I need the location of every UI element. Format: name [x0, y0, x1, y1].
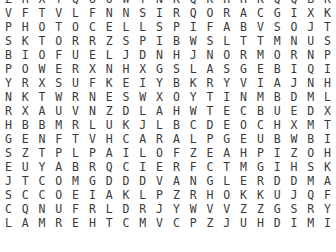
grid-cell[interactable]: X: [151, 91, 168, 105]
grid-cell[interactable]: E: [235, 175, 252, 189]
grid-cell[interactable]: T: [319, 21, 336, 35]
grid-cell[interactable]: E: [118, 77, 135, 91]
grid-cell[interactable]: L: [319, 91, 336, 105]
grid-cell[interactable]: A: [151, 105, 168, 119]
grid-cell[interactable]: X: [302, 7, 319, 21]
grid-cell[interactable]: R: [168, 161, 185, 175]
grid-cell[interactable]: J: [151, 203, 168, 217]
grid-cell[interactable]: B: [34, 119, 51, 133]
grid-cell[interactable]: D: [134, 175, 151, 189]
grid-cell[interactable]: J: [185, 49, 202, 63]
grid-cell[interactable]: L: [134, 105, 151, 119]
grid-cell[interactable]: G: [84, 175, 101, 189]
grid-cell[interactable]: P: [0, 21, 17, 35]
grid-cell[interactable]: X: [84, 63, 101, 77]
grid-cell[interactable]: K: [319, 161, 336, 175]
grid-cell[interactable]: Y: [34, 161, 51, 175]
grid-cell[interactable]: R: [252, 175, 269, 189]
grid-cell[interactable]: A: [235, 7, 252, 21]
grid-cell[interactable]: A: [34, 105, 51, 119]
grid-cell[interactable]: O: [151, 147, 168, 161]
grid-cell[interactable]: L: [101, 203, 118, 217]
grid-cell[interactable]: W: [34, 63, 51, 77]
grid-cell[interactable]: U: [50, 105, 67, 119]
grid-cell[interactable]: U: [269, 189, 286, 203]
grid-cell[interactable]: D: [118, 105, 135, 119]
grid-cell[interactable]: O: [218, 189, 235, 203]
grid-cell[interactable]: C: [252, 119, 269, 133]
grid-cell[interactable]: A: [218, 147, 235, 161]
grid-cell[interactable]: W: [185, 203, 202, 217]
grid-cell[interactable]: J: [218, 217, 235, 231]
grid-cell[interactable]: J: [286, 189, 303, 203]
grid-cell[interactable]: M: [269, 35, 286, 49]
grid-cell[interactable]: D: [269, 175, 286, 189]
grid-cell[interactable]: R: [67, 91, 84, 105]
grid-cell[interactable]: D: [134, 49, 151, 63]
grid-cell[interactable]: M: [235, 161, 252, 175]
grid-cell[interactable]: Z: [286, 147, 303, 161]
grid-cell[interactable]: T: [218, 161, 235, 175]
grid-cell[interactable]: S: [269, 21, 286, 35]
grid-cell[interactable]: V: [67, 105, 84, 119]
grid-cell[interactable]: R: [202, 77, 219, 91]
grid-cell[interactable]: H: [168, 49, 185, 63]
grid-cell[interactable]: V: [252, 21, 269, 35]
grid-cell[interactable]: G: [269, 7, 286, 21]
grid-cell[interactable]: Q: [302, 189, 319, 203]
grid-cell[interactable]: P: [185, 217, 202, 231]
grid-cell[interactable]: B: [252, 105, 269, 119]
grid-cell[interactable]: T: [34, 35, 51, 49]
grid-cell[interactable]: K: [17, 91, 34, 105]
grid-cell[interactable]: G: [252, 161, 269, 175]
grid-cell[interactable]: L: [185, 133, 202, 147]
grid-cell[interactable]: V: [202, 203, 219, 217]
grid-cell[interactable]: L: [134, 21, 151, 35]
grid-cell[interactable]: J: [118, 49, 135, 63]
grid-cell[interactable]: P: [0, 63, 17, 77]
grid-cell[interactable]: V: [0, 7, 17, 21]
grid-cell[interactable]: D: [118, 203, 135, 217]
grid-cell[interactable]: A: [218, 21, 235, 35]
grid-cell[interactable]: J: [302, 21, 319, 35]
grid-cell[interactable]: O: [235, 119, 252, 133]
grid-cell[interactable]: J: [134, 119, 151, 133]
grid-cell[interactable]: N: [0, 91, 17, 105]
grid-cell[interactable]: Z: [168, 189, 185, 203]
grid-cell[interactable]: M: [302, 175, 319, 189]
grid-cell[interactable]: W: [185, 35, 202, 49]
grid-cell[interactable]: N: [101, 7, 118, 21]
grid-cell[interactable]: E: [151, 161, 168, 175]
grid-cell[interactable]: R: [84, 35, 101, 49]
grid-cell[interactable]: I: [319, 133, 336, 147]
grid-cell[interactable]: R: [84, 161, 101, 175]
grid-cell[interactable]: C: [118, 133, 135, 147]
grid-cell[interactable]: R: [67, 119, 84, 133]
grid-cell[interactable]: R: [235, 49, 252, 63]
grid-cell[interactable]: V: [218, 203, 235, 217]
grid-cell[interactable]: I: [218, 91, 235, 105]
grid-cell[interactable]: C: [34, 175, 51, 189]
grid-cell[interactable]: E: [101, 91, 118, 105]
grid-cell[interactable]: F: [17, 7, 34, 21]
grid-cell[interactable]: E: [17, 133, 34, 147]
grid-cell[interactable]: S: [134, 7, 151, 21]
grid-cell[interactable]: C: [185, 119, 202, 133]
grid-cell[interactable]: I: [118, 147, 135, 161]
grid-cell[interactable]: C: [252, 7, 269, 21]
grid-cell[interactable]: T: [34, 91, 51, 105]
grid-cell[interactable]: D: [286, 91, 303, 105]
grid-cell[interactable]: L: [134, 189, 151, 203]
grid-cell[interactable]: O: [17, 63, 34, 77]
grid-cell[interactable]: V: [151, 175, 168, 189]
grid-cell[interactable]: T: [202, 105, 219, 119]
grid-cell[interactable]: S: [168, 63, 185, 77]
grid-cell[interactable]: Z: [202, 217, 219, 231]
grid-cell[interactable]: T: [202, 91, 219, 105]
grid-cell[interactable]: B: [269, 133, 286, 147]
grid-cell[interactable]: S: [50, 77, 67, 91]
grid-cell[interactable]: P: [202, 133, 219, 147]
grid-cell[interactable]: W: [50, 91, 67, 105]
grid-cell[interactable]: I: [252, 77, 269, 91]
grid-cell[interactable]: N: [34, 203, 51, 217]
grid-cell[interactable]: Z: [101, 105, 118, 119]
grid-cell[interactable]: E: [235, 133, 252, 147]
grid-cell[interactable]: L: [67, 7, 84, 21]
grid-cell[interactable]: A: [50, 161, 67, 175]
grid-cell[interactable]: Q: [17, 203, 34, 217]
grid-cell[interactable]: O: [34, 21, 51, 35]
grid-cell[interactable]: O: [218, 49, 235, 63]
grid-cell[interactable]: V: [84, 133, 101, 147]
grid-cell[interactable]: S: [118, 91, 135, 105]
grid-cell[interactable]: H: [252, 217, 269, 231]
grid-cell[interactable]: H: [319, 77, 336, 91]
grid-cell[interactable]: I: [17, 49, 34, 63]
grid-cell[interactable]: F: [67, 203, 84, 217]
grid-cell[interactable]: S: [0, 147, 17, 161]
grid-cell[interactable]: R: [218, 7, 235, 21]
grid-cell[interactable]: O: [168, 91, 185, 105]
grid-cell[interactable]: B: [235, 21, 252, 35]
grid-cell[interactable]: T: [235, 35, 252, 49]
grid-cell[interactable]: L: [134, 147, 151, 161]
grid-cell[interactable]: D: [101, 175, 118, 189]
grid-cell[interactable]: F: [84, 7, 101, 21]
grid-cell[interactable]: E: [50, 63, 67, 77]
grid-cell[interactable]: A: [17, 217, 34, 231]
grid-cell[interactable]: S: [151, 21, 168, 35]
grid-cell[interactable]: Z: [185, 147, 202, 161]
grid-cell[interactable]: F: [168, 147, 185, 161]
grid-cell[interactable]: K: [17, 35, 34, 49]
grid-cell[interactable]: N: [185, 175, 202, 189]
grid-cell[interactable]: O: [67, 21, 84, 35]
grid-cell[interactable]: H: [118, 63, 135, 77]
grid-cell[interactable]: B: [0, 49, 17, 63]
grid-cell[interactable]: Z: [17, 147, 34, 161]
grid-cell[interactable]: K: [118, 119, 135, 133]
grid-cell[interactable]: P: [252, 147, 269, 161]
grid-cell[interactable]: E: [252, 63, 269, 77]
grid-cell[interactable]: S: [218, 63, 235, 77]
grid-cell[interactable]: O: [50, 189, 67, 203]
grid-cell[interactable]: L: [0, 217, 17, 231]
grid-cell[interactable]: M: [252, 91, 269, 105]
grid-cell[interactable]: R: [286, 49, 303, 63]
grid-cell[interactable]: T: [50, 21, 67, 35]
grid-cell[interactable]: B: [67, 161, 84, 175]
grid-cell[interactable]: R: [168, 7, 185, 21]
grid-cell[interactable]: S: [286, 203, 303, 217]
grid-cell[interactable]: I: [134, 161, 151, 175]
grid-cell[interactable]: E: [286, 105, 303, 119]
grid-cell[interactable]: A: [101, 189, 118, 203]
grid-cell[interactable]: B: [302, 133, 319, 147]
grid-cell[interactable]: B: [17, 119, 34, 133]
grid-cell[interactable]: R: [151, 133, 168, 147]
grid-cell[interactable]: E: [202, 147, 219, 161]
grid-cell[interactable]: K: [235, 189, 252, 203]
grid-cell[interactable]: Z: [252, 203, 269, 217]
grid-cell[interactable]: R: [185, 189, 202, 203]
grid-cell[interactable]: L: [185, 63, 202, 77]
grid-cell[interactable]: H: [286, 161, 303, 175]
grid-cell[interactable]: U: [17, 161, 34, 175]
grid-cell[interactable]: R: [17, 77, 34, 91]
grid-cell[interactable]: I: [134, 77, 151, 91]
grid-cell[interactable]: Y: [168, 203, 185, 217]
grid-cell[interactable]: C: [84, 21, 101, 35]
grid-cell[interactable]: N: [235, 91, 252, 105]
grid-cell[interactable]: Q: [185, 7, 202, 21]
grid-cell[interactable]: I: [185, 21, 202, 35]
grid-cell[interactable]: S: [0, 35, 17, 49]
grid-cell[interactable]: P: [151, 189, 168, 203]
grid-cell[interactable]: B: [269, 91, 286, 105]
grid-cell[interactable]: A: [134, 133, 151, 147]
grid-cell[interactable]: K: [185, 77, 202, 91]
grid-cell[interactable]: J: [286, 77, 303, 91]
grid-cell[interactable]: R: [84, 203, 101, 217]
grid-cell[interactable]: F: [84, 77, 101, 91]
grid-cell[interactable]: S: [118, 35, 135, 49]
grid-cell[interactable]: S: [0, 189, 17, 203]
grid-cell[interactable]: H: [202, 189, 219, 203]
grid-cell[interactable]: T: [17, 175, 34, 189]
grid-cell[interactable]: N: [84, 105, 101, 119]
grid-cell[interactable]: H: [319, 147, 336, 161]
grid-cell[interactable]: S: [202, 35, 219, 49]
grid-cell[interactable]: C: [168, 217, 185, 231]
grid-cell[interactable]: C: [235, 105, 252, 119]
grid-cell[interactable]: M: [252, 49, 269, 63]
grid-cell[interactable]: D: [302, 105, 319, 119]
grid-cell[interactable]: N: [302, 49, 319, 63]
grid-cell[interactable]: G: [151, 63, 168, 77]
grid-cell[interactable]: U: [50, 203, 67, 217]
grid-cell[interactable]: Y: [218, 77, 235, 91]
grid-cell[interactable]: B: [168, 35, 185, 49]
grid-cell[interactable]: L: [101, 49, 118, 63]
grid-cell[interactable]: I: [286, 217, 303, 231]
grid-cell[interactable]: Y: [0, 77, 17, 91]
grid-cell[interactable]: T: [252, 35, 269, 49]
grid-cell[interactable]: K: [118, 189, 135, 203]
grid-cell[interactable]: D: [118, 175, 135, 189]
grid-cell[interactable]: C: [34, 189, 51, 203]
grid-cell[interactable]: B: [269, 63, 286, 77]
grid-cell[interactable]: O: [286, 21, 303, 35]
grid-cell[interactable]: S: [302, 161, 319, 175]
grid-cell[interactable]: N: [34, 133, 51, 147]
grid-cell[interactable]: E: [218, 119, 235, 133]
grid-cell[interactable]: F: [50, 133, 67, 147]
grid-cell[interactable]: P: [134, 35, 151, 49]
grid-cell[interactable]: G: [218, 133, 235, 147]
grid-cell[interactable]: G: [202, 175, 219, 189]
grid-cell[interactable]: W: [134, 91, 151, 105]
grid-cell[interactable]: M: [302, 91, 319, 105]
grid-cell[interactable]: I: [286, 7, 303, 21]
grid-cell[interactable]: M: [134, 217, 151, 231]
grid-cell[interactable]: F: [50, 49, 67, 63]
grid-cell[interactable]: I: [84, 189, 101, 203]
grid-cell[interactable]: I: [269, 161, 286, 175]
grid-cell[interactable]: J: [0, 175, 17, 189]
grid-cell[interactable]: E: [218, 105, 235, 119]
grid-cell[interactable]: N: [151, 49, 168, 63]
grid-cell[interactable]: M: [67, 175, 84, 189]
grid-cell[interactable]: H: [101, 133, 118, 147]
grid-cell[interactable]: L: [151, 119, 168, 133]
grid-cell[interactable]: A: [168, 175, 185, 189]
grid-cell[interactable]: X: [286, 119, 303, 133]
grid-cell[interactable]: K: [319, 7, 336, 21]
grid-cell[interactable]: H: [84, 217, 101, 231]
grid-cell[interactable]: R: [302, 203, 319, 217]
grid-cell[interactable]: G: [0, 133, 17, 147]
grid-cell[interactable]: I: [319, 63, 336, 77]
grid-cell[interactable]: I: [319, 217, 336, 231]
grid-cell[interactable]: M: [302, 217, 319, 231]
grid-cell[interactable]: W: [286, 133, 303, 147]
grid-cell[interactable]: P: [50, 147, 67, 161]
grid-cell[interactable]: A: [269, 77, 286, 91]
grid-cell[interactable]: Y: [185, 91, 202, 105]
grid-cell[interactable]: U: [235, 217, 252, 231]
grid-cell[interactable]: L: [118, 21, 135, 35]
grid-cell[interactable]: D: [286, 175, 303, 189]
grid-cell[interactable]: W: [185, 105, 202, 119]
grid-cell[interactable]: P: [84, 147, 101, 161]
grid-cell[interactable]: L: [218, 175, 235, 189]
grid-cell[interactable]: D: [269, 217, 286, 231]
grid-cell[interactable]: S: [319, 35, 336, 49]
grid-cell[interactable]: M: [302, 119, 319, 133]
grid-cell[interactable]: T: [319, 119, 336, 133]
grid-cell[interactable]: Q: [302, 63, 319, 77]
grid-cell[interactable]: U: [269, 105, 286, 119]
grid-cell[interactable]: U: [252, 133, 269, 147]
grid-cell[interactable]: C: [118, 161, 135, 175]
grid-cell[interactable]: P: [319, 49, 336, 63]
grid-cell[interactable]: R: [134, 203, 151, 217]
grid-cell[interactable]: X: [134, 63, 151, 77]
grid-cell[interactable]: O: [34, 49, 51, 63]
grid-cell[interactable]: T: [34, 147, 51, 161]
grid-cell[interactable]: V: [151, 217, 168, 231]
grid-cell[interactable]: H: [168, 105, 185, 119]
grid-cell[interactable]: E: [0, 161, 17, 175]
grid-cell[interactable]: P: [168, 21, 185, 35]
grid-cell[interactable]: C: [202, 161, 219, 175]
grid-cell[interactable]: F: [319, 189, 336, 203]
grid-cell[interactable]: B: [168, 77, 185, 91]
grid-cell[interactable]: O: [202, 7, 219, 21]
grid-cell[interactable]: N: [101, 63, 118, 77]
grid-cell[interactable]: N: [202, 49, 219, 63]
grid-cell[interactable]: X: [34, 77, 51, 91]
grid-cell[interactable]: K: [101, 77, 118, 91]
grid-cell[interactable]: N: [84, 91, 101, 105]
grid-cell[interactable]: E: [84, 49, 101, 63]
grid-cell[interactable]: G: [235, 63, 252, 77]
grid-cell[interactable]: B: [168, 119, 185, 133]
grid-cell[interactable]: E: [101, 21, 118, 35]
grid-cell[interactable]: Z: [235, 203, 252, 217]
grid-cell[interactable]: R: [67, 63, 84, 77]
grid-cell[interactable]: T: [67, 133, 84, 147]
grid-cell[interactable]: O: [269, 49, 286, 63]
grid-cell[interactable]: Q: [101, 161, 118, 175]
grid-cell[interactable]: E: [67, 189, 84, 203]
grid-cell[interactable]: M: [50, 119, 67, 133]
grid-cell[interactable]: Y: [319, 203, 336, 217]
grid-cell[interactable]: U: [101, 119, 118, 133]
grid-cell[interactable]: X: [17, 105, 34, 119]
grid-cell[interactable]: R: [50, 217, 67, 231]
grid-cell[interactable]: X: [319, 105, 336, 119]
grid-cell[interactable]: H: [17, 21, 34, 35]
grid-cell[interactable]: V: [50, 7, 67, 21]
grid-cell[interactable]: A: [319, 175, 336, 189]
grid-cell[interactable]: H: [235, 147, 252, 161]
grid-cell[interactable]: I: [151, 35, 168, 49]
grid-cell[interactable]: A: [168, 133, 185, 147]
grid-cell[interactable]: O: [50, 35, 67, 49]
grid-cell[interactable]: O: [302, 147, 319, 161]
grid-cell[interactable]: K: [252, 189, 269, 203]
grid-cell[interactable]: C: [17, 189, 34, 203]
grid-cell[interactable]: N: [302, 77, 319, 91]
grid-cell[interactable]: R: [67, 35, 84, 49]
grid-cell[interactable]: H: [0, 119, 17, 133]
grid-cell[interactable]: A: [101, 147, 118, 161]
grid-cell[interactable]: N: [286, 35, 303, 49]
grid-cell[interactable]: F: [185, 161, 202, 175]
grid-cell[interactable]: R: [0, 105, 17, 119]
grid-cell[interactable]: I: [286, 63, 303, 77]
grid-cell[interactable]: L: [67, 147, 84, 161]
grid-cell[interactable]: H: [269, 119, 286, 133]
grid-cell[interactable]: F: [202, 21, 219, 35]
grid-cell[interactable]: L: [218, 35, 235, 49]
